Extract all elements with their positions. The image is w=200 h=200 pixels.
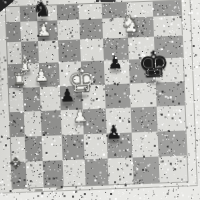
square-h7[interactable] bbox=[153, 16, 182, 37]
square-b2[interactable] bbox=[25, 136, 43, 162]
square-d1[interactable] bbox=[63, 159, 86, 186]
square-h1[interactable] bbox=[159, 155, 188, 182]
square-f4[interactable] bbox=[105, 84, 131, 109]
square-h2[interactable] bbox=[158, 130, 187, 156]
square-e8[interactable] bbox=[79, 4, 103, 20]
table-edge-sliver bbox=[96, 0, 116, 2]
square-b4[interactable] bbox=[23, 87, 41, 112]
white-king-e4[interactable]: ♚ bbox=[67, 64, 97, 97]
square-e1[interactable] bbox=[85, 158, 109, 185]
margin-smudge bbox=[35, 189, 45, 191]
white-rook-a4[interactable]: ♜ bbox=[12, 72, 27, 89]
white-pawn-c7[interactable]: ♟ bbox=[36, 22, 52, 40]
square-c1[interactable] bbox=[43, 160, 64, 187]
square-b1[interactable] bbox=[26, 161, 44, 188]
square-h8[interactable] bbox=[153, 1, 182, 17]
black-pawn-e2[interactable]: ♟ bbox=[105, 123, 122, 142]
square-g2[interactable] bbox=[132, 132, 159, 158]
square-e6[interactable] bbox=[80, 39, 104, 62]
white-pawn-d3[interactable]: ♟ bbox=[72, 107, 88, 125]
square-c4[interactable] bbox=[40, 86, 61, 111]
black-pawn-f5[interactable]: ♟ bbox=[107, 54, 123, 72]
square-g4[interactable] bbox=[130, 83, 157, 108]
square-a7[interactable] bbox=[6, 22, 21, 43]
square-d2[interactable] bbox=[62, 134, 85, 160]
square-c3[interactable] bbox=[41, 110, 62, 136]
white-pawn-c5[interactable]: ♟ bbox=[33, 67, 49, 85]
square-c2[interactable] bbox=[42, 135, 63, 161]
chess-board[interactable] bbox=[5, 0, 189, 189]
square-e7[interactable] bbox=[79, 19, 103, 40]
black-king-g5[interactable]: ♚ bbox=[137, 46, 171, 83]
white-knight-g7[interactable]: ♞ bbox=[120, 12, 141, 36]
square-b3[interactable] bbox=[24, 111, 42, 137]
square-h3[interactable] bbox=[157, 105, 186, 131]
square-c6[interactable] bbox=[38, 40, 59, 63]
square-d8[interactable] bbox=[57, 4, 80, 20]
square-a3[interactable] bbox=[10, 112, 25, 138]
square-f1[interactable] bbox=[108, 158, 134, 185]
black-knight-c8[interactable]: ♞ bbox=[32, 0, 53, 20]
square-g3[interactable] bbox=[131, 107, 158, 133]
square-a8[interactable] bbox=[6, 7, 21, 23]
chess-board-sheet: Chessboard® ✥ ♞♟♞♝♟♟♚♜♟♚♟♟ bbox=[0, 0, 198, 194]
square-g1[interactable] bbox=[133, 157, 160, 184]
square-d6[interactable] bbox=[58, 39, 81, 62]
chessboard-photo: Chessboard® ✥ ♞♟♞♝♟♟♚♜♟♚♟♟ bbox=[0, 0, 200, 200]
square-d7[interactable] bbox=[57, 19, 80, 40]
square-a4[interactable] bbox=[9, 88, 24, 113]
board-brand-text: Chessboard® bbox=[0, 48, 3, 100]
square-e2[interactable] bbox=[84, 134, 108, 160]
square-h4[interactable] bbox=[156, 82, 185, 107]
board-emblem-icon: ✥ bbox=[9, 154, 23, 174]
margin-smudge bbox=[57, 187, 63, 189]
